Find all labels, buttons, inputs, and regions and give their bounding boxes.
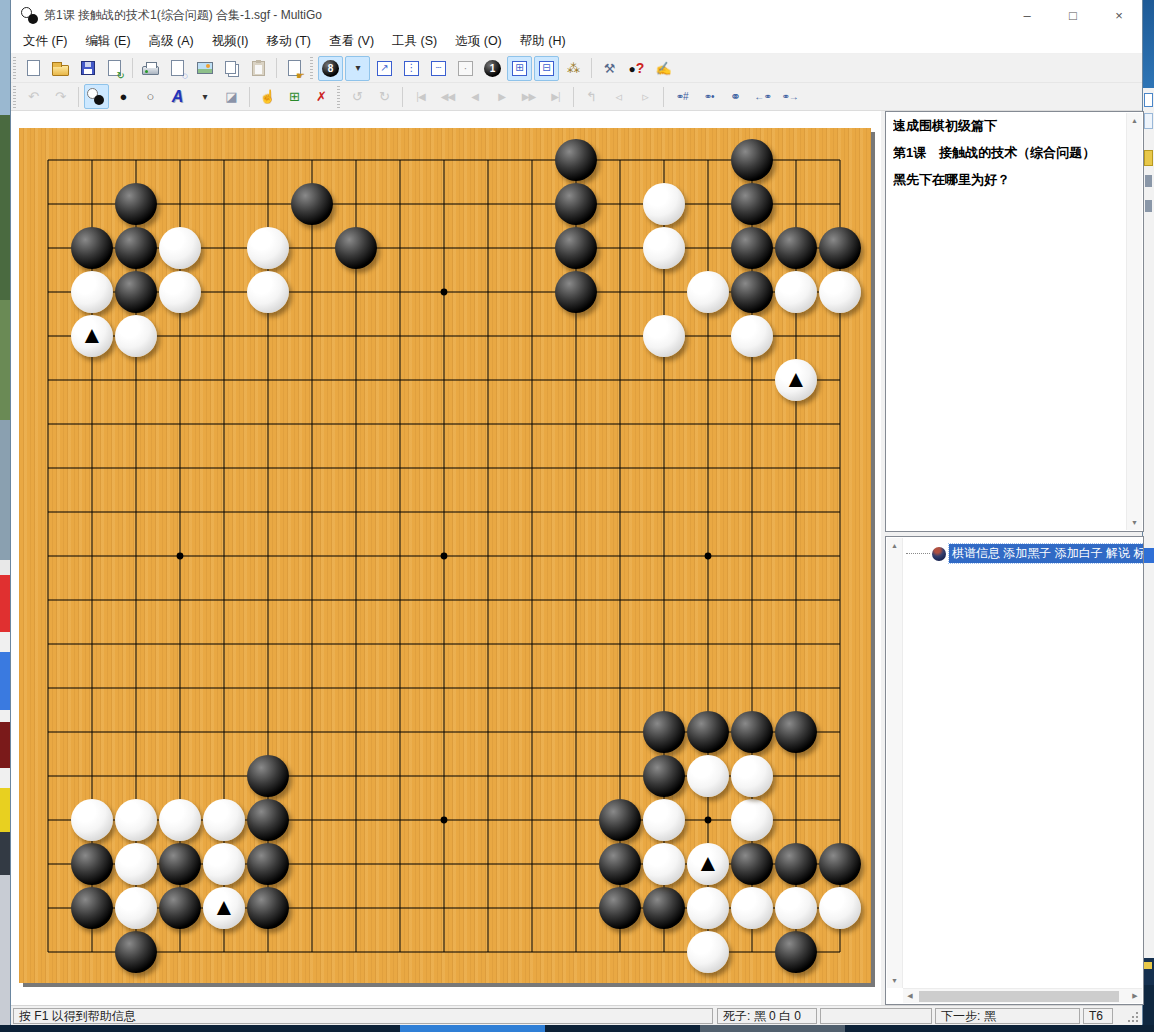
menu-bar: 文件 (F)编辑 (E)高级 (A)视频(I)移动 (T)查看 (V)工具 (S… xyxy=(11,30,1142,54)
hand-pan-icon: ☝ xyxy=(259,90,275,103)
desktop-icon-fragment-darkred xyxy=(0,722,10,768)
redo-button[interactable]: ↷ xyxy=(48,84,73,109)
toolbar-grip xyxy=(13,57,16,79)
nav-last-icon: ▶| xyxy=(551,92,559,102)
move-number-1-button[interactable]: 1 xyxy=(480,56,505,81)
binoculars-left-icon: ←⚭ xyxy=(754,92,770,102)
menu-item-tools[interactable]: 工具 (S) xyxy=(383,30,446,53)
ball-1-icon: 1 xyxy=(484,60,501,77)
paste-button[interactable] xyxy=(246,56,271,81)
white-stone-rd[interactable] xyxy=(775,271,817,313)
black-stone-dq[interactable] xyxy=(159,843,201,885)
dropdown-arrow-icon: ▾ xyxy=(355,63,359,73)
white-stone-po[interactable] xyxy=(687,755,729,797)
find-next-button[interactable]: ⚭→ xyxy=(777,84,802,109)
writing-hand-icon: ✍ xyxy=(655,62,671,75)
menu-item-options[interactable]: 选项 (O) xyxy=(446,30,511,53)
comment-line: 第1课 接触战的技术（综合问题） xyxy=(893,144,1123,161)
toolbar-sep xyxy=(663,87,664,107)
print-preview-overlay-icon: ◌ xyxy=(182,71,188,81)
white-stone-qo[interactable] xyxy=(731,755,773,797)
blank-page-icon xyxy=(27,60,40,76)
white-stone-mode-button[interactable]: ○ xyxy=(138,84,163,109)
black-stone-bq[interactable] xyxy=(71,843,113,885)
black-stone-qd[interactable] xyxy=(731,271,773,313)
nav-next-icon: ▶ xyxy=(498,92,505,102)
white-stone-rr[interactable] xyxy=(775,887,817,929)
next-variation-icon: ▹ xyxy=(642,90,649,103)
black-stone-on[interactable] xyxy=(643,711,685,753)
next-variation-button[interactable]: ▹ xyxy=(633,84,658,109)
white-stone-ps[interactable] xyxy=(687,931,729,973)
nav-forward-10-button[interactable]: ▶▶ xyxy=(516,84,541,109)
triangle-mark: ▲ xyxy=(80,323,104,347)
black-stone-icon: ● xyxy=(120,90,128,103)
black-stone-sc[interactable] xyxy=(819,227,861,269)
eraser-tool-button[interactable]: ◪ xyxy=(219,84,244,109)
black-stone-mode-button[interactable]: ● xyxy=(111,84,136,109)
help-ball-question-icon: ●? xyxy=(629,59,645,77)
window-title: 第1课 接触战的技术1(综合问题) 合集-1.sgf - MultiGo xyxy=(44,7,322,24)
tree-vertical-scrollbar[interactable]: ▲ ▼ xyxy=(887,538,903,988)
ball-8-icon: 8 xyxy=(322,60,339,77)
white-stone-ce[interactable] xyxy=(115,315,157,357)
tree-root-label[interactable]: 棋谱信息 添加黑子 添加白子 解说 标记 xyxy=(949,544,1144,563)
white-stone-dc[interactable] xyxy=(159,227,201,269)
white-stone-oc[interactable] xyxy=(643,227,685,269)
eraser-icon: ◪ xyxy=(225,90,237,103)
export-image-button[interactable] xyxy=(192,56,217,81)
jump-arrow-box-icon: ↗ xyxy=(377,61,392,76)
dashed-v-box-icon: ⋮ xyxy=(404,61,419,76)
white-stone-cr[interactable] xyxy=(115,887,157,929)
menu-item-file[interactable]: 文件 (F) xyxy=(14,30,76,53)
status-captures: 死子: 黑 0 白 0 xyxy=(717,1008,817,1024)
print-preview-button[interactable]: ◌ xyxy=(165,56,190,81)
desktop-left-strip xyxy=(0,0,10,1025)
white-stone-pd[interactable] xyxy=(687,271,729,313)
white-stone-be[interactable]: ▲ xyxy=(71,315,113,357)
black-stone-br[interactable] xyxy=(71,887,113,929)
status-bar: 按 F1 以得到帮助信息 死子: 黑 0 白 0 下一步: 黑 T6 xyxy=(11,1005,1142,1025)
delete-node-button[interactable]: ✗ xyxy=(309,84,334,109)
binoculars-new-icon: ⚭# xyxy=(676,92,688,102)
background-window-fragment xyxy=(1144,93,1153,107)
undo-button[interactable]: ↶ xyxy=(21,84,46,109)
toolbar-sep xyxy=(591,58,592,78)
black-stone-hc[interactable] xyxy=(335,227,377,269)
black-stone-md[interactable] xyxy=(555,271,597,313)
print-button[interactable] xyxy=(138,56,163,81)
toolbar-sep xyxy=(249,87,250,107)
title-bar[interactable]: 第1课 接触战的技术1(综合问题) 合集-1.sgf - MultiGo – □… xyxy=(11,0,1142,30)
white-stone-qr[interactable] xyxy=(731,887,773,929)
white-stone-icon: ○ xyxy=(147,90,155,103)
toolbar-sep xyxy=(402,87,403,107)
black-stone-cb[interactable] xyxy=(115,183,157,225)
white-stone-bp[interactable] xyxy=(71,799,113,841)
menu-item-view[interactable]: 查看 (V) xyxy=(320,30,383,53)
status-help-text: 按 F1 以得到帮助信息 xyxy=(13,1008,713,1024)
black-stone-nq[interactable] xyxy=(599,843,641,885)
show-marks-button[interactable]: ┄ xyxy=(426,56,451,81)
white-stone-bd[interactable] xyxy=(71,271,113,313)
game-tree-panel[interactable]: ▲ ▼ 棋谱信息 添加黑子 添加白子 解说 标记 ◀ ▶ xyxy=(885,536,1144,1005)
step-back-circle-button[interactable]: ↺ xyxy=(345,84,370,109)
nav-prev-icon: ◀ xyxy=(471,92,478,102)
copy-pages-icon xyxy=(225,61,236,74)
black-stone-rs[interactable] xyxy=(775,931,817,973)
label-dropdown-button[interactable]: ▾ xyxy=(192,84,217,109)
hammer-wrench-icon: ⚒ xyxy=(604,62,616,75)
app-icon xyxy=(21,7,38,24)
edit-brush-button[interactable]: ✍ xyxy=(651,56,676,81)
menu-item-edit[interactable]: 编辑 (E) xyxy=(76,30,139,53)
white-stone-sr[interactable] xyxy=(819,887,861,929)
menu-item-help[interactable]: 帮助 (H) xyxy=(511,30,575,53)
comment-line: 速成围棋初级篇下 xyxy=(893,117,1123,134)
alternate-move-mode-button[interactable] xyxy=(84,84,109,109)
binoculars-icon: ⚭ xyxy=(730,90,741,103)
toolbar-sep xyxy=(78,87,79,107)
white-stone-oq[interactable] xyxy=(643,843,685,885)
black-stone-fp[interactable] xyxy=(247,799,289,841)
black-stone-pn[interactable] xyxy=(687,711,729,753)
binoculars-right-icon: ⚭→ xyxy=(781,92,797,102)
black-stone-oo[interactable] xyxy=(643,755,685,797)
tools-setup-button[interactable]: ⚒ xyxy=(597,56,622,81)
insert-node-icon: ⊞ xyxy=(289,90,300,103)
status-coordinate: T6 xyxy=(1083,1008,1113,1024)
black-stone-np[interactable] xyxy=(599,799,641,841)
black-stone-qc[interactable] xyxy=(731,227,773,269)
game-info-button[interactable]: ☛ xyxy=(282,56,307,81)
nav-last-move-button[interactable]: ▶| xyxy=(543,84,568,109)
white-stone-eq[interactable] xyxy=(203,843,245,885)
resize-grip[interactable] xyxy=(1127,1011,1139,1023)
dropdown-arrow-icon: ▾ xyxy=(202,92,206,102)
white-stone-qe[interactable] xyxy=(731,315,773,357)
white-stone-qp[interactable] xyxy=(731,799,773,841)
tree-layout-detail-button[interactable]: ⊟ xyxy=(534,56,559,81)
scroll-down-icon[interactable]: ▼ xyxy=(1127,515,1142,530)
nav-back-10-button[interactable]: ◀◀ xyxy=(435,84,460,109)
background-window-fragment xyxy=(1143,548,1154,563)
white-stone-dd[interactable] xyxy=(159,271,201,313)
undo-arrow-icon: ↶ xyxy=(28,90,39,103)
triangle-mark: ▲ xyxy=(696,851,720,875)
prev-variation-button[interactable]: ◃ xyxy=(606,84,631,109)
find-prev-button[interactable]: ←⚭ xyxy=(750,84,775,109)
black-stone-qa[interactable] xyxy=(731,139,773,181)
tree-layout-compact-button[interactable]: ⊞ xyxy=(507,56,532,81)
white-stone-pr[interactable] xyxy=(687,887,729,929)
label-tool-button[interactable]: A xyxy=(165,84,190,109)
menu-item-video[interactable]: 视频(I) xyxy=(203,30,258,53)
comment-scrollbar[interactable]: ▲ ▼ xyxy=(1126,113,1142,530)
dot-box-icon: · xyxy=(458,61,473,76)
triangle-mark: ▲ xyxy=(784,367,808,391)
refresh-page-overlay-icon: ↻ xyxy=(117,71,125,81)
white-stone-rf[interactable]: ▲ xyxy=(775,359,817,401)
paste-clipboard-icon xyxy=(252,61,265,76)
step-forward-circle-button[interactable]: ↻ xyxy=(372,84,397,109)
black-stone-rc[interactable] xyxy=(775,227,817,269)
multigo-window: 第1课 接触战的技术1(综合问题) 合集-1.sgf - MultiGo – □… xyxy=(10,0,1143,1025)
desktop-icon-fragment-yellow xyxy=(0,788,10,832)
background-window-fragment xyxy=(1144,150,1153,166)
black-stone-dr[interactable] xyxy=(159,887,201,929)
find-move-button[interactable]: ⚭• xyxy=(696,84,721,109)
black-stone-rq[interactable] xyxy=(775,843,817,885)
open-folder-icon xyxy=(52,65,69,76)
red-x-icon: ✗ xyxy=(316,90,327,103)
comment-line: 黑先下在哪里为好？ xyxy=(893,171,1123,188)
black-stone-cd[interactable] xyxy=(115,271,157,313)
move-number-dropdown-button[interactable]: ▾ xyxy=(345,56,370,81)
redo-arrow-icon: ↷ xyxy=(55,90,66,103)
black-stone-ma[interactable] xyxy=(555,139,597,181)
save-floppy-icon xyxy=(81,61,95,75)
status-spare-field xyxy=(820,1008,932,1024)
white-stone-pq[interactable]: ▲ xyxy=(687,843,729,885)
menu-item-move[interactable]: 移动 (T) xyxy=(258,30,320,53)
black-stone-or[interactable] xyxy=(643,887,685,929)
white-stone-dp[interactable] xyxy=(159,799,201,841)
toolbar-sep xyxy=(573,87,574,107)
scroll-left-icon[interactable]: ◀ xyxy=(903,989,917,1003)
white-stone-cp[interactable] xyxy=(115,799,157,841)
pan-tool-button[interactable]: ☝ xyxy=(255,84,280,109)
black-stone-rn[interactable] xyxy=(775,711,817,753)
up-node-icon: ↰ xyxy=(586,90,597,103)
white-stone-er[interactable]: ▲ xyxy=(203,887,245,929)
taskbar-strip xyxy=(0,1025,1154,1032)
black-stone-nr[interactable] xyxy=(599,887,641,929)
show-siblings-button[interactable]: ⋮ xyxy=(399,56,424,81)
black-stone-fr[interactable] xyxy=(247,887,289,929)
letter-A-icon: A xyxy=(172,88,184,106)
black-stone-mc[interactable] xyxy=(555,227,597,269)
minimize-button[interactable]: – xyxy=(1004,0,1050,30)
toolbar-sep xyxy=(132,58,133,78)
jump-to-node-button[interactable]: ↗ xyxy=(372,56,397,81)
black-stone-qn[interactable] xyxy=(731,711,773,753)
black-stone-gb[interactable] xyxy=(291,183,333,225)
circle-back-icon: ↺ xyxy=(352,90,363,103)
toolbar-sep xyxy=(276,58,277,78)
nav-forward-button[interactable]: ▶ xyxy=(489,84,514,109)
printer-icon xyxy=(142,66,159,75)
comment-text: 速成围棋初级篇下第1课 接触战的技术（综合问题）黑先下在哪里为好？ xyxy=(893,117,1123,198)
black-stone-cs[interactable] xyxy=(115,931,157,973)
white-stone-op[interactable] xyxy=(643,799,685,841)
tree-connector xyxy=(906,553,930,554)
taskbar-app-fragment xyxy=(700,1025,845,1032)
scroll-right-icon[interactable]: ▶ xyxy=(1128,989,1142,1003)
desktop-icon-fragment-red xyxy=(0,575,10,632)
black-stone-fo[interactable] xyxy=(247,755,289,797)
black-stone-mb[interactable] xyxy=(555,183,597,225)
tree-grid-1-icon: ⊞ xyxy=(512,61,527,76)
nav-prev10-icon: ◀◀ xyxy=(441,92,454,102)
save-file-button[interactable] xyxy=(75,56,100,81)
dashed-h-box-icon: ┄ xyxy=(431,61,446,76)
close-button[interactable]: × xyxy=(1096,0,1142,30)
toolbar-standard: ↻◌☛8▾↗⋮┄·1⊞⊟⁂⚒●?✍ xyxy=(11,54,1142,83)
reload-file-button[interactable]: ↻ xyxy=(102,56,127,81)
nav-first-move-button[interactable]: |◀ xyxy=(408,84,433,109)
prev-variation-icon: ◃ xyxy=(615,90,622,103)
find-new-button[interactable]: ⚭# xyxy=(669,84,694,109)
scroll-up-icon[interactable]: ▲ xyxy=(887,538,902,553)
copy-button[interactable] xyxy=(219,56,244,81)
black-stone-bc[interactable] xyxy=(71,227,113,269)
nav-next10-icon: ▶▶ xyxy=(522,92,535,102)
status-next-move: 下一步: 黑 xyxy=(935,1008,1080,1024)
white-stone-sd[interactable] xyxy=(819,271,861,313)
toolbar-grip xyxy=(337,86,340,108)
comment-panel[interactable]: 速成围棋初级篇下第1课 接触战的技术（综合问题）黑先下在哪里为好？ ▲ ▼ xyxy=(885,111,1144,532)
white-stone-ob[interactable] xyxy=(643,183,685,225)
insert-node-button[interactable]: ⊞ xyxy=(282,84,307,109)
new-file-button[interactable] xyxy=(21,56,46,81)
go-board[interactable]: ▲▲▲▲ xyxy=(19,128,871,983)
nav-back-button[interactable]: ◀ xyxy=(462,84,487,109)
scroll-down-icon[interactable]: ▼ xyxy=(887,973,902,988)
tree-root-stone-icon xyxy=(932,547,946,561)
tree-horizontal-scrollbar[interactable]: ◀ ▶ xyxy=(903,988,1142,1003)
tree-root-node[interactable]: 棋谱信息 添加黑子 添加白子 解说 标记 xyxy=(906,544,1144,563)
scrollbar-thumb[interactable] xyxy=(919,991,1119,1002)
toolbar-navigation: ↶↷●○A▾◪☝⊞✗↺↻|◀◀◀◀▶▶▶▶|↰◃▹⚭#⚭•⚭←⚭⚭→ xyxy=(11,83,1142,111)
scroll-up-icon[interactable]: ▲ xyxy=(1127,113,1142,128)
taskbar-active-app-fragment xyxy=(400,1025,545,1032)
binoculars-dot-icon: ⚭• xyxy=(704,92,714,102)
info-hand-page-overlay-icon: ☛ xyxy=(296,71,305,81)
white-stone-fd[interactable] xyxy=(247,271,289,313)
find-button[interactable]: ⚭ xyxy=(723,84,748,109)
white-stone-ep[interactable] xyxy=(203,799,245,841)
menu-item-advanced[interactable]: 高级 (A) xyxy=(140,30,203,53)
context-help-button[interactable]: ●? xyxy=(624,56,649,81)
tree-structure-icon: ⁂ xyxy=(567,62,580,75)
nav-first-icon: |◀ xyxy=(416,92,424,102)
tree-structure-button[interactable]: ⁂ xyxy=(561,56,586,81)
black-stone-fq[interactable] xyxy=(247,843,289,885)
maximize-button[interactable]: □ xyxy=(1050,0,1096,30)
white-stone-cq[interactable] xyxy=(115,843,157,885)
black-stone-sq[interactable] xyxy=(819,843,861,885)
circle-forward-icon: ↻ xyxy=(379,90,390,103)
black-stone-cc[interactable] xyxy=(115,227,157,269)
dim-board-button[interactable]: · xyxy=(453,56,478,81)
up-to-parent-button[interactable]: ↰ xyxy=(579,84,604,109)
two-stones-icon xyxy=(87,88,106,105)
desktop-icon-fragment-blue xyxy=(0,652,10,710)
move-number-ball-button[interactable]: 8 xyxy=(318,56,343,81)
open-file-button[interactable] xyxy=(48,56,73,81)
triangle-mark: ▲ xyxy=(212,895,236,919)
picture-icon xyxy=(197,62,213,74)
toolbar-grip xyxy=(13,86,16,108)
black-stone-qq[interactable] xyxy=(731,843,773,885)
white-stone-oe[interactable] xyxy=(643,315,685,357)
toolbar-grip xyxy=(310,57,313,79)
black-stone-qb[interactable] xyxy=(731,183,773,225)
tree-grid-2-icon: ⊟ xyxy=(539,61,554,76)
background-window-strip xyxy=(1143,0,1154,1032)
white-stone-fc[interactable] xyxy=(247,227,289,269)
